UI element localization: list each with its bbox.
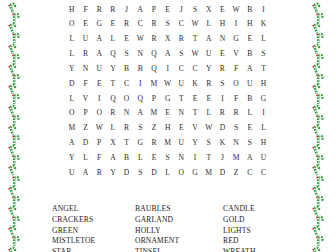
grid-cell: U <box>243 76 257 91</box>
grid-cell: R <box>175 32 189 47</box>
grid-cell: A <box>92 32 106 47</box>
grid-cell: D <box>65 76 79 91</box>
grid-cell: G <box>229 32 243 47</box>
word-list-item: HOLLY <box>135 226 223 237</box>
grid-cell: Q <box>106 46 120 61</box>
grid-cell: Q <box>147 46 161 61</box>
grid-cell: X <box>106 135 120 150</box>
grid-cell: M <box>229 150 243 165</box>
grid-cell: E <box>188 91 202 106</box>
grid-cell: L <box>65 46 79 61</box>
grid-cell: C <box>243 165 257 180</box>
grid-cell: L <box>161 165 175 180</box>
grid-cell: R <box>120 121 134 136</box>
grid-cell: E <box>147 150 161 165</box>
grid-cell: P <box>79 106 93 121</box>
grid-cell: E <box>216 2 230 17</box>
grid-cell: E <box>243 32 257 47</box>
grid-cell: Y <box>106 165 120 180</box>
grid-cell: U <box>79 32 93 47</box>
grid-cell: M <box>147 76 161 91</box>
grid-cell: A <box>243 150 257 165</box>
grid-cell: L <box>106 32 120 47</box>
candy-cane-icon <box>312 243 322 252</box>
word-list-item: TINSEL <box>135 247 223 252</box>
grid-cell: Q <box>133 91 147 106</box>
grid-cell: I <box>188 150 202 165</box>
word-list-item: GOLD <box>223 215 313 226</box>
grid-cell: H <box>216 17 230 32</box>
grid-cell: R <box>202 76 216 91</box>
grid-cell: H <box>161 121 175 136</box>
grid-cell: J <box>120 2 134 17</box>
grid-cell: P <box>92 135 106 150</box>
grid-cell: R <box>106 2 120 17</box>
grid-cell: W <box>229 2 243 17</box>
grid-cell: E <box>175 121 189 136</box>
grid-cell: V <box>229 46 243 61</box>
word-list-item: ANGEL <box>52 204 135 215</box>
grid-cell: I <box>257 2 271 17</box>
grid-cell: R <box>92 2 106 17</box>
grid-cell: S <box>120 46 134 61</box>
grid-cell: R <box>106 106 120 121</box>
grid-cell: H <box>243 17 257 32</box>
grid-cell: D <box>120 165 134 180</box>
grid-cell: W <box>161 76 175 91</box>
grid-cell: C <box>175 61 189 76</box>
word-list-item: CANDLE <box>223 204 313 215</box>
grid-cell: L <box>106 121 120 136</box>
grid-cell: F <box>79 76 93 91</box>
grid-cell: I <box>216 91 230 106</box>
candy-cane-border-left <box>7 0 23 252</box>
grid-cell: R <box>229 106 243 121</box>
grid-cell: K <box>257 17 271 32</box>
grid-cell: J <box>175 2 189 17</box>
grid-cell: J <box>216 150 230 165</box>
grid-cell: N <box>216 32 230 47</box>
candy-cane-icon <box>8 243 18 252</box>
grid-cell: N <box>175 106 189 121</box>
grid-cell: M <box>147 106 161 121</box>
grid-cell: D <box>79 135 93 150</box>
grid-cell: Y <box>65 61 79 76</box>
word-list-item: MISTLETOE <box>52 236 135 247</box>
grid-cell: S <box>161 17 175 32</box>
grid-cell: F <box>92 150 106 165</box>
grid-cell: E <box>79 17 93 32</box>
grid-cell: B <box>243 91 257 106</box>
grid-cell: S <box>188 2 202 17</box>
grid-cell: C <box>133 17 147 32</box>
grid-cell: R <box>147 17 161 32</box>
grid-cell: C <box>120 76 134 91</box>
word-list-item: WREATH <box>223 247 313 252</box>
grid-cell: Z <box>229 165 243 180</box>
grid-cell: B <box>243 2 257 17</box>
word-list-item: ORNAMENT <box>135 236 223 247</box>
grid-cell: G <box>188 165 202 180</box>
grid-cell: C <box>257 165 271 180</box>
grid-cell: A <box>92 46 106 61</box>
word-list-item: RED <box>223 236 313 247</box>
grid-cell: L <box>133 150 147 165</box>
grid-cell: S <box>229 121 243 136</box>
grid-cell: H <box>257 76 271 91</box>
grid-cell: Y <box>188 135 202 150</box>
grid-cell: A <box>133 106 147 121</box>
grid-cell: S <box>161 150 175 165</box>
grid-cell: A <box>106 150 120 165</box>
grid-cell: A <box>79 165 93 180</box>
grid-cell: O <box>92 106 106 121</box>
grid-cell: R <box>92 165 106 180</box>
grid-cell: T <box>257 61 271 76</box>
word-list-item: GREEN <box>52 226 135 237</box>
grid-cell: G <box>161 91 175 106</box>
grid-cell: N <box>229 135 243 150</box>
grid-cell: V <box>188 121 202 136</box>
grid-cell: F <box>79 2 93 17</box>
grid-cell: A <box>202 32 216 47</box>
grid-cell: I <box>257 106 271 121</box>
grid-cell: S <box>175 46 189 61</box>
grid-cell: N <box>79 61 93 76</box>
grid-cell: L <box>65 32 79 47</box>
candy-cane-border-right <box>311 0 327 252</box>
grid-cell: E <box>161 2 175 17</box>
grid-cell: G <box>92 17 106 32</box>
grid-cell: O <box>175 165 189 180</box>
grid-cell: E <box>202 91 216 106</box>
grid-cell: R <box>216 106 230 121</box>
grid-cell: B <box>133 61 147 76</box>
grid-cell: U <box>202 46 216 61</box>
grid-cell: D <box>216 121 230 136</box>
grid-cell: I <box>133 76 147 91</box>
grid-cell: L <box>257 32 271 47</box>
grid-cell: S <box>216 76 230 91</box>
word-list-item: CRACKERS <box>52 215 135 226</box>
grid-cell: R <box>147 135 161 150</box>
grid-cell: L <box>202 17 216 32</box>
grid-cell: U <box>92 61 106 76</box>
grid-cell: Y <box>106 61 120 76</box>
grid-cell: L <box>65 91 79 106</box>
grid-cell: H <box>65 2 79 17</box>
grid-cell: O <box>65 106 79 121</box>
word-list-item: BAUBLES <box>135 204 223 215</box>
grid-cell: Y <box>202 61 216 76</box>
grid-cell: K <box>188 76 202 91</box>
grid-cell: R <box>216 61 230 76</box>
grid-cell: X <box>202 2 216 17</box>
word-list-item: LIGHTS <box>223 226 313 237</box>
grid-cell: A <box>133 2 147 17</box>
grid-cell: W <box>188 46 202 61</box>
grid-cell: T <box>106 76 120 91</box>
grid-cell: T <box>202 150 216 165</box>
grid-cell: M <box>161 135 175 150</box>
grid-cell: S <box>243 135 257 150</box>
grid-cell: Y <box>65 150 79 165</box>
grid-cell: M <box>65 121 79 136</box>
grid-cell: T <box>188 106 202 121</box>
grid-cell: T <box>175 91 189 106</box>
grid-cell: U <box>257 150 271 165</box>
grid-cell: D <box>216 165 230 180</box>
grid-cell: U <box>65 165 79 180</box>
word-list-item: STAR <box>52 247 135 252</box>
grid-cell: T <box>120 135 134 150</box>
word-list-item: GARLAND <box>135 215 223 226</box>
grid-cell: U <box>175 76 189 91</box>
grid-cell: S <box>133 165 147 180</box>
grid-cell: B <box>120 150 134 165</box>
grid-cell: Q <box>147 61 161 76</box>
grid-cell: G <box>257 91 271 106</box>
grid-cell: Z <box>147 121 161 136</box>
grid-cell: A <box>243 61 257 76</box>
grid-cell: O <box>120 91 134 106</box>
grid-cell: S <box>202 135 216 150</box>
grid-cell: M <box>202 165 216 180</box>
grid-cell: D <box>147 165 161 180</box>
grid-cell: K <box>216 135 230 150</box>
grid-cell: E <box>92 76 106 91</box>
grid-cell: N <box>120 106 134 121</box>
grid-cell: N <box>175 150 189 165</box>
grid-cell: S <box>257 46 271 61</box>
word-search-grid: HFRRJAPEJSXEWBIOEGERCRSCWLHIHKLUALEWRXRT… <box>65 2 270 180</box>
grid-cell: E <box>161 106 175 121</box>
grid-cell: B <box>243 46 257 61</box>
grid-cell: C <box>188 61 202 76</box>
grid-cell: N <box>133 46 147 61</box>
grid-cell: W <box>92 121 106 136</box>
grid-cell: A <box>65 135 79 150</box>
grid-cell: F <box>229 61 243 76</box>
grid-cell: E <box>216 46 230 61</box>
grid-cell: W <box>133 32 147 47</box>
grid-cell: I <box>229 17 243 32</box>
grid-cell: R <box>147 32 161 47</box>
grid-cell: L <box>202 106 216 121</box>
grid-cell: E <box>120 32 134 47</box>
grid-cell: L <box>257 121 271 136</box>
grid-cell: P <box>147 91 161 106</box>
grid-cell: T <box>188 32 202 47</box>
grid-cell: Z <box>79 121 93 136</box>
worksheet-page: HFRRJAPEJSXEWBIOEGERCRSCWLHIHKLUALEWRXRT… <box>0 0 336 252</box>
grid-cell: R <box>120 17 134 32</box>
grid-cell: H <box>257 135 271 150</box>
grid-cell: R <box>79 46 93 61</box>
grid-cell: O <box>229 76 243 91</box>
word-list: ANGELBAUBLESCANDLECRACKERSGARLANDGOLDGRE… <box>52 204 313 252</box>
grid-cell: L <box>79 150 93 165</box>
grid-cell: V <box>79 91 93 106</box>
grid-cell: S <box>133 121 147 136</box>
grid-cell: P <box>147 2 161 17</box>
grid-cell: C <box>175 17 189 32</box>
grid-cell: F <box>229 91 243 106</box>
grid-cell: I <box>92 91 106 106</box>
grid-cell: U <box>175 135 189 150</box>
grid-cell: L <box>243 106 257 121</box>
grid-cell: G <box>133 135 147 150</box>
grid-cell: E <box>243 121 257 136</box>
grid-cell: Q <box>106 91 120 106</box>
grid-cell: W <box>202 121 216 136</box>
grid-cell: I <box>161 61 175 76</box>
grid-cell: X <box>161 32 175 47</box>
grid-cell: E <box>106 17 120 32</box>
grid-cell: A <box>161 46 175 61</box>
grid-cell: W <box>188 17 202 32</box>
grid-cell: B <box>120 61 134 76</box>
grid-cell: O <box>65 17 79 32</box>
